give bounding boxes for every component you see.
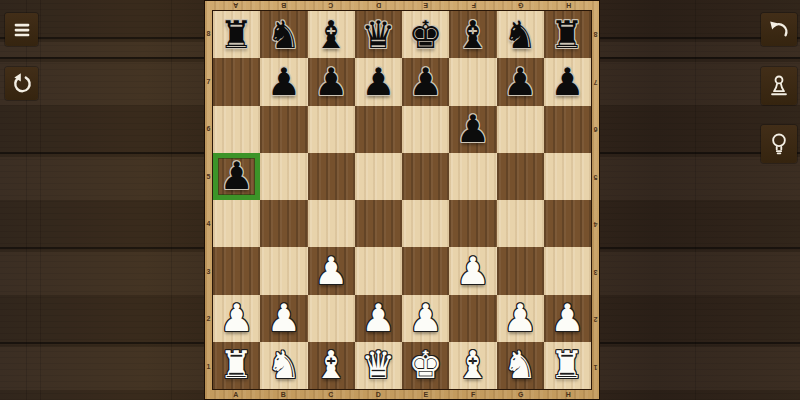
undo-move-button[interactable]	[761, 13, 797, 46]
square-a8[interactable]: ♜	[213, 11, 260, 58]
square-a2[interactable]: ♟	[213, 295, 260, 342]
square-e6[interactable]	[402, 106, 449, 153]
square-h4[interactable]	[544, 200, 591, 247]
coord-label: 2	[592, 295, 599, 343]
coord-label: H	[545, 1, 593, 10]
square-e1[interactable]: ♚	[402, 342, 449, 389]
coord-label: E	[402, 1, 450, 10]
hint-button[interactable]	[761, 125, 797, 163]
square-f1[interactable]: ♝	[449, 342, 496, 389]
square-d3[interactable]	[355, 247, 402, 294]
coord-label: C	[307, 390, 355, 399]
piece-black-pawn: ♟	[503, 63, 537, 101]
player-mode-button[interactable]	[761, 67, 797, 105]
rotate-icon	[10, 72, 34, 96]
piece-white-pawn: ♟	[361, 299, 395, 337]
coord-label: F	[450, 1, 498, 10]
square-e8[interactable]: ♚	[402, 11, 449, 58]
piece-white-knight: ♞	[267, 346, 301, 384]
piece-white-pawn: ♟	[220, 299, 254, 337]
square-d5[interactable]	[355, 153, 402, 200]
piece-white-pawn: ♟	[409, 299, 443, 337]
coord-label: 4	[205, 200, 212, 248]
square-c4[interactable]	[308, 200, 355, 247]
coord-label: F	[450, 390, 498, 399]
piece-white-queen: ♛	[361, 346, 395, 384]
piece-white-king: ♚	[409, 346, 443, 384]
square-b1[interactable]: ♞	[260, 342, 307, 389]
hamburger-icon	[11, 19, 33, 41]
square-g6[interactable]	[497, 106, 544, 153]
piece-black-pawn: ♟	[267, 63, 301, 101]
square-a6[interactable]	[213, 106, 260, 153]
board-squares: ♜♞♝♛♚♝♞♜♟♟♟♟♟♟♟♟♟♟♟♟♟♟♟♟♜♞♝♛♚♝♞♜	[212, 10, 592, 390]
square-h3[interactable]	[544, 247, 591, 294]
square-f7[interactable]	[449, 58, 496, 105]
piece-white-bishop: ♝	[314, 346, 348, 384]
coord-label: 8	[205, 10, 212, 58]
file-labels-bottom: ABCDEFGH	[212, 390, 592, 399]
square-a4[interactable]	[213, 200, 260, 247]
square-e5[interactable]	[402, 153, 449, 200]
rank-labels-right: 87654321	[592, 10, 599, 390]
pawn-icon	[766, 73, 792, 99]
piece-black-pawn: ♟	[456, 110, 490, 148]
square-g2[interactable]: ♟	[497, 295, 544, 342]
square-c3[interactable]: ♟	[308, 247, 355, 294]
square-d1[interactable]: ♛	[355, 342, 402, 389]
square-g8[interactable]: ♞	[497, 11, 544, 58]
square-b6[interactable]	[260, 106, 307, 153]
coord-label: B	[260, 390, 308, 399]
square-f2[interactable]	[449, 295, 496, 342]
piece-black-rook: ♜	[550, 16, 584, 54]
square-f8[interactable]: ♝	[449, 11, 496, 58]
square-c5[interactable]	[308, 153, 355, 200]
piece-white-rook: ♜	[220, 346, 254, 384]
coord-label: H	[545, 390, 593, 399]
square-d7[interactable]: ♟	[355, 58, 402, 105]
square-d2[interactable]: ♟	[355, 295, 402, 342]
coord-label: 2	[205, 295, 212, 343]
undo-icon	[767, 18, 791, 42]
coord-label: D	[355, 390, 403, 399]
piece-black-king: ♚	[409, 16, 443, 54]
square-b5[interactable]	[260, 153, 307, 200]
coord-label: D	[355, 1, 403, 10]
square-a5[interactable]: ♟	[213, 153, 260, 200]
square-h7[interactable]: ♟	[544, 58, 591, 105]
piece-white-knight: ♞	[503, 346, 537, 384]
square-d6[interactable]	[355, 106, 402, 153]
square-g7[interactable]: ♟	[497, 58, 544, 105]
piece-white-pawn: ♟	[267, 299, 301, 337]
coord-label: 7	[205, 58, 212, 106]
menu-button[interactable]	[5, 13, 38, 46]
square-b4[interactable]	[260, 200, 307, 247]
coord-label: E	[402, 390, 450, 399]
square-g4[interactable]	[497, 200, 544, 247]
chess-board: ABCDEFGH 87654321 ♜♞♝♛♚♝♞♜♟♟♟♟♟♟♟♟♟♟♟♟♟♟…	[204, 0, 600, 400]
piece-black-pawn: ♟	[220, 157, 254, 195]
square-b8[interactable]: ♞	[260, 11, 307, 58]
square-h1[interactable]: ♜	[544, 342, 591, 389]
coord-label: A	[212, 1, 260, 10]
square-b2[interactable]: ♟	[260, 295, 307, 342]
square-h8[interactable]: ♜	[544, 11, 591, 58]
coord-label: G	[497, 1, 545, 10]
lightbulb-icon	[766, 131, 792, 157]
square-a7[interactable]	[213, 58, 260, 105]
file-labels-top: ABCDEFGH	[212, 1, 592, 10]
piece-black-pawn: ♟	[409, 63, 443, 101]
piece-black-pawn: ♟	[550, 63, 584, 101]
square-h6[interactable]	[544, 106, 591, 153]
square-h2[interactable]: ♟	[544, 295, 591, 342]
square-h5[interactable]	[544, 153, 591, 200]
coord-label: 6	[592, 105, 599, 153]
square-f4[interactable]	[449, 200, 496, 247]
square-c2[interactable]	[308, 295, 355, 342]
piece-white-pawn: ♟	[503, 299, 537, 337]
square-d8[interactable]: ♛	[355, 11, 402, 58]
piece-black-bishop: ♝	[456, 16, 490, 54]
rank-labels-left: 87654321	[205, 10, 212, 390]
square-g5[interactable]	[497, 153, 544, 200]
square-a1[interactable]: ♜	[213, 342, 260, 389]
square-c8[interactable]: ♝	[308, 11, 355, 58]
piece-black-knight: ♞	[503, 16, 537, 54]
coord-label: 6	[205, 105, 212, 153]
square-e2[interactable]: ♟	[402, 295, 449, 342]
square-g1[interactable]: ♞	[497, 342, 544, 389]
piece-black-bishop: ♝	[314, 16, 348, 54]
square-e4[interactable]	[402, 200, 449, 247]
square-d4[interactable]	[355, 200, 402, 247]
square-a3[interactable]	[213, 247, 260, 294]
piece-white-pawn: ♟	[314, 252, 348, 290]
coord-label: 1	[592, 343, 599, 391]
piece-white-pawn: ♟	[550, 299, 584, 337]
coord-label: 1	[205, 343, 212, 391]
coord-label: 3	[592, 248, 599, 296]
coord-label: A	[212, 390, 260, 399]
piece-white-bishop: ♝	[456, 346, 490, 384]
square-f3[interactable]: ♟	[449, 247, 496, 294]
coord-label: 3	[205, 248, 212, 296]
square-e7[interactable]: ♟	[402, 58, 449, 105]
piece-black-knight: ♞	[267, 16, 301, 54]
piece-white-pawn: ♟	[456, 252, 490, 290]
piece-black-queen: ♛	[361, 16, 395, 54]
square-g3[interactable]	[497, 247, 544, 294]
square-b7[interactable]: ♟	[260, 58, 307, 105]
coord-label: 8	[592, 10, 599, 58]
piece-white-rook: ♜	[550, 346, 584, 384]
coord-label: B	[260, 1, 308, 10]
coord-label: 7	[592, 58, 599, 106]
coord-label: 5	[592, 153, 599, 201]
piece-black-pawn: ♟	[361, 63, 395, 101]
square-c7[interactable]: ♟	[308, 58, 355, 105]
coord-label: 5	[205, 153, 212, 201]
piece-black-rook: ♜	[220, 16, 254, 54]
coord-label: C	[307, 1, 355, 10]
rotate-board-button[interactable]	[5, 67, 38, 100]
square-f6[interactable]: ♟	[449, 106, 496, 153]
square-f5[interactable]	[449, 153, 496, 200]
square-b3[interactable]	[260, 247, 307, 294]
square-c1[interactable]: ♝	[308, 342, 355, 389]
coord-label: G	[497, 390, 545, 399]
square-c6[interactable]	[308, 106, 355, 153]
coord-label: 4	[592, 200, 599, 248]
square-e3[interactable]	[402, 247, 449, 294]
piece-black-pawn: ♟	[314, 63, 348, 101]
